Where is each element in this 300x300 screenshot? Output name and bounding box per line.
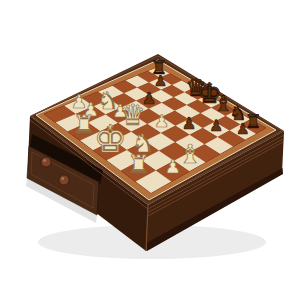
- white-pawn-e4[interactable]: ♟: [154, 111, 169, 131]
- white-bishop-h3[interactable]: ♝: [178, 139, 201, 169]
- black-pawn-g6[interactable]: ♟: [209, 117, 223, 135]
- white-rook-c1[interactable]: ♜: [73, 110, 96, 139]
- black-pawn-b7[interactable]: ♟: [154, 72, 167, 90]
- drawer-knob-1[interactable]: [41, 157, 51, 167]
- white-pawn-h2[interactable]: ♟: [164, 156, 181, 177]
- chess-scene: ♜♟♛♚♟♟♞♝♟♟♞♛♟♜♟♟♜♟♚♞♝♜♟: [0, 0, 300, 300]
- drawer-knob-2-highlight: [61, 177, 64, 180]
- drawer-knob-2[interactable]: [59, 175, 69, 185]
- black-pawn-h7[interactable]: ♟: [236, 120, 249, 138]
- black-pawn-f5[interactable]: ♟: [182, 114, 197, 133]
- chess-set-photo: ♜♟♛♚♟♟♞♝♟♟♞♛♟♜♟♟♜♟♚♞♝♜♟: [0, 0, 300, 300]
- drawer-knob-1-highlight: [43, 159, 46, 162]
- white-rook-g1[interactable]: ♜: [127, 150, 150, 179]
- white-king-e1[interactable]: ♚: [94, 117, 127, 161]
